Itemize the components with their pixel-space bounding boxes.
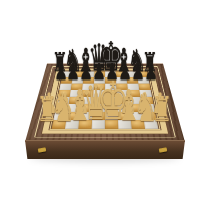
square-d5: [93, 90, 105, 97]
square-b4: [69, 97, 82, 104]
chess-set-photo: ♜♞♝♛♚♝♞♜♟♟♟♟♟♟♟♟♟♟♟♟♟♟♟♟♜♞♝♛♚♝♞♜: [0, 0, 210, 210]
brass-hinge-icon: [159, 147, 168, 152]
square-h2: [143, 112, 157, 120]
square-g1: [131, 120, 145, 129]
square-c4: [81, 97, 93, 104]
square-f5: [116, 90, 128, 97]
square-c2: [79, 112, 92, 120]
square-e2: [105, 112, 118, 120]
case-front-edge: [25, 140, 185, 159]
square-d1: [92, 120, 105, 129]
square-b1: [65, 120, 79, 129]
square-d2: [92, 112, 105, 120]
square-c1: [78, 120, 92, 129]
square-h3: [141, 104, 155, 112]
square-d3: [92, 104, 105, 112]
square-h4: [140, 97, 153, 104]
square-h5: [139, 90, 152, 97]
square-e1: [105, 120, 118, 129]
square-b5: [70, 90, 82, 97]
square-f4: [117, 97, 129, 104]
square-g2: [130, 112, 144, 120]
square-c3: [80, 104, 93, 112]
board-squares: [51, 71, 160, 129]
brass-hinge-icon: [38, 147, 47, 152]
square-g4: [129, 97, 142, 104]
chess-board: [25, 64, 185, 142]
square-e5: [105, 90, 117, 97]
square-c5: [81, 90, 93, 97]
square-b2: [66, 112, 80, 120]
square-f3: [117, 104, 130, 112]
square-g5: [128, 90, 140, 97]
square-e3: [105, 104, 118, 112]
square-f2: [118, 112, 131, 120]
square-g3: [129, 104, 142, 112]
square-f1: [118, 120, 132, 129]
square-d4: [93, 97, 105, 104]
square-b3: [67, 104, 80, 112]
square-h1: [144, 120, 159, 129]
square-e4: [105, 97, 117, 104]
